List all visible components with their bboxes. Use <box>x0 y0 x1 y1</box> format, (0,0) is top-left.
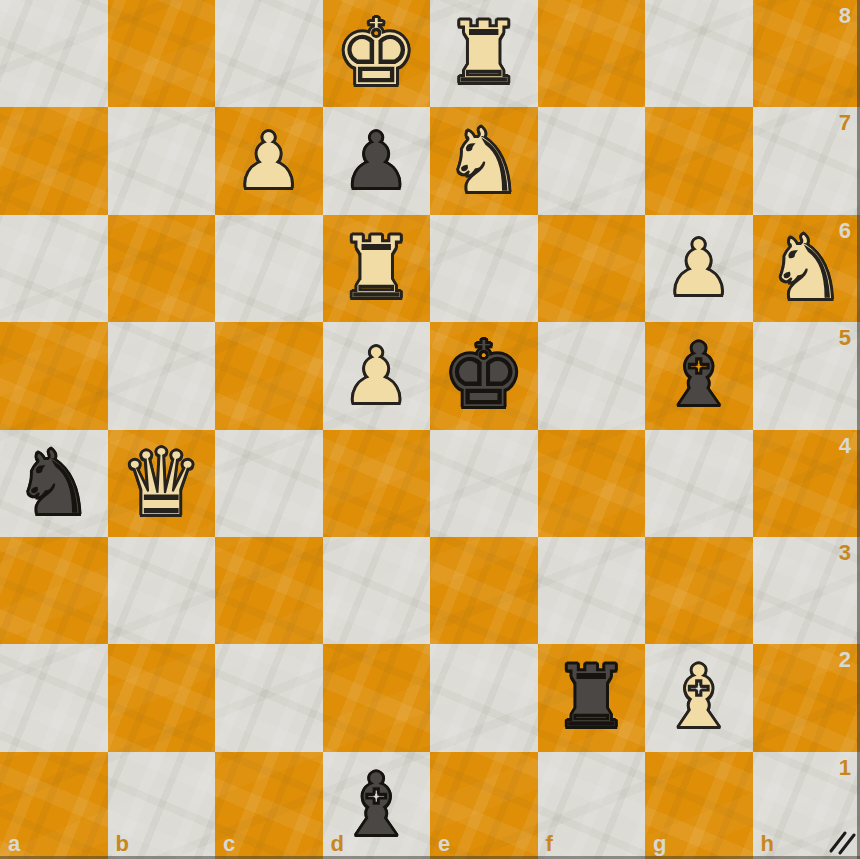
piece-white-king[interactable]: ♚ <box>323 0 431 107</box>
square-d5[interactable]: ♟ <box>323 322 431 429</box>
square-e3[interactable] <box>430 537 538 644</box>
square-c7[interactable]: ♟ <box>215 107 323 214</box>
square-g3[interactable] <box>645 537 753 644</box>
square-f6[interactable] <box>538 215 646 322</box>
square-b5[interactable] <box>108 322 216 429</box>
piece-white-pawn[interactable]: ♟ <box>645 215 753 322</box>
piece-white-bishop[interactable]: ♝ <box>645 644 753 751</box>
square-b7[interactable] <box>108 107 216 214</box>
square-h5[interactable]: 5 <box>753 322 860 429</box>
square-h3[interactable]: 3 <box>753 537 860 644</box>
square-d3[interactable] <box>323 537 431 644</box>
rank-label-7: 7 <box>839 112 851 134</box>
file-label-c: c <box>223 833 235 855</box>
square-h4[interactable]: 4 <box>753 430 860 537</box>
piece-white-pawn[interactable]: ♟ <box>323 322 431 429</box>
rank-label-4: 4 <box>839 435 851 457</box>
square-h2[interactable]: 2 <box>753 644 860 751</box>
file-label-a: a <box>8 833 20 855</box>
square-e8[interactable]: ♜ <box>430 0 538 107</box>
square-e5[interactable]: ♚ <box>430 322 538 429</box>
square-g6[interactable]: ♟ <box>645 215 753 322</box>
square-a8[interactable] <box>0 0 108 107</box>
square-b6[interactable] <box>108 215 216 322</box>
square-d1[interactable]: ♝d <box>323 752 431 859</box>
piece-black-bishop[interactable]: ♝ <box>323 752 431 859</box>
square-d8[interactable]: ♚ <box>323 0 431 107</box>
square-a7[interactable] <box>0 107 108 214</box>
piece-white-rook[interactable]: ♜ <box>323 215 431 322</box>
square-f8[interactable] <box>538 0 646 107</box>
chess-board: ♚♜8♟♟♞7♜♟♞6♟♚♝5♞♛43♜♝2abc♝defgh1 <box>0 0 860 859</box>
square-f4[interactable] <box>538 430 646 537</box>
square-b2[interactable] <box>108 644 216 751</box>
square-c3[interactable] <box>215 537 323 644</box>
piece-white-rook[interactable]: ♜ <box>430 0 538 107</box>
square-g4[interactable] <box>645 430 753 537</box>
square-a6[interactable] <box>0 215 108 322</box>
square-a3[interactable] <box>0 537 108 644</box>
square-b3[interactable] <box>108 537 216 644</box>
file-label-f: f <box>546 833 553 855</box>
square-h7[interactable]: 7 <box>753 107 860 214</box>
square-e4[interactable] <box>430 430 538 537</box>
square-d4[interactable] <box>323 430 431 537</box>
rank-label-1: 1 <box>839 757 851 779</box>
square-c2[interactable] <box>215 644 323 751</box>
square-b8[interactable] <box>108 0 216 107</box>
square-f5[interactable] <box>538 322 646 429</box>
rank-label-8: 8 <box>839 5 851 27</box>
rank-label-2: 2 <box>839 649 851 671</box>
square-d7[interactable]: ♟ <box>323 107 431 214</box>
square-g5[interactable]: ♝ <box>645 322 753 429</box>
square-c4[interactable] <box>215 430 323 537</box>
square-h8[interactable]: 8 <box>753 0 860 107</box>
square-g1[interactable]: g <box>645 752 753 859</box>
file-label-h: h <box>761 833 774 855</box>
square-e7[interactable]: ♞ <box>430 107 538 214</box>
square-c8[interactable] <box>215 0 323 107</box>
square-b4[interactable]: ♛ <box>108 430 216 537</box>
piece-black-king[interactable]: ♚ <box>430 322 538 429</box>
board-resize-handle-icon[interactable] <box>828 829 856 855</box>
piece-white-pawn[interactable]: ♟ <box>215 107 323 214</box>
square-f7[interactable] <box>538 107 646 214</box>
piece-black-rook[interactable]: ♜ <box>538 644 646 751</box>
square-g2[interactable]: ♝ <box>645 644 753 751</box>
square-e6[interactable] <box>430 215 538 322</box>
square-c1[interactable]: c <box>215 752 323 859</box>
square-f1[interactable]: f <box>538 752 646 859</box>
square-a4[interactable]: ♞ <box>0 430 108 537</box>
square-d6[interactable]: ♜ <box>323 215 431 322</box>
square-f2[interactable]: ♜ <box>538 644 646 751</box>
square-a2[interactable] <box>0 644 108 751</box>
square-g8[interactable] <box>645 0 753 107</box>
square-d2[interactable] <box>323 644 431 751</box>
square-e2[interactable] <box>430 644 538 751</box>
piece-black-pawn[interactable]: ♟ <box>323 107 431 214</box>
piece-white-knight[interactable]: ♞ <box>753 215 860 322</box>
square-g7[interactable] <box>645 107 753 214</box>
square-h6[interactable]: ♞6 <box>753 215 860 322</box>
square-c5[interactable] <box>215 322 323 429</box>
piece-white-knight[interactable]: ♞ <box>430 107 538 214</box>
square-f3[interactable] <box>538 537 646 644</box>
piece-white-queen[interactable]: ♛ <box>108 430 216 537</box>
square-e1[interactable]: e <box>430 752 538 859</box>
rank-label-3: 3 <box>839 542 851 564</box>
square-c6[interactable] <box>215 215 323 322</box>
square-a5[interactable] <box>0 322 108 429</box>
piece-black-bishop[interactable]: ♝ <box>645 322 753 429</box>
file-label-g: g <box>653 833 666 855</box>
piece-black-knight[interactable]: ♞ <box>0 430 108 537</box>
rank-label-5: 5 <box>839 327 851 349</box>
square-a1[interactable]: a <box>0 752 108 859</box>
square-b1[interactable]: b <box>108 752 216 859</box>
file-label-e: e <box>438 833 450 855</box>
file-label-b: b <box>116 833 129 855</box>
